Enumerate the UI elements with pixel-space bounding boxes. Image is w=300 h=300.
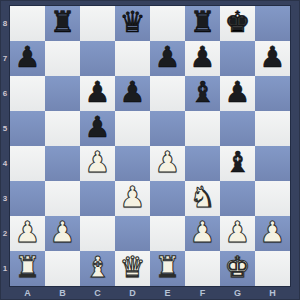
square-a1[interactable]: ♜	[10, 251, 45, 286]
rank-label-6: 6	[0, 76, 10, 111]
square-e6[interactable]	[150, 76, 185, 111]
black-pawn-icon: ♟	[225, 76, 251, 110]
black-bishop-icon: ♝	[190, 76, 216, 110]
rank-label-1: 1	[0, 251, 10, 286]
chess-diagram: 87654321 ♜♛♜♚♟♟♟♟♟♟♝♟♟♟♟♝♟♞♟♟♟♟♟♜♝♛♜♚ AB…	[0, 0, 300, 300]
square-e2[interactable]	[150, 216, 185, 251]
square-h3[interactable]	[255, 181, 290, 216]
square-b3[interactable]	[45, 181, 80, 216]
square-g6[interactable]: ♟	[220, 76, 255, 111]
white-bishop-icon: ♝	[85, 251, 111, 285]
square-g5[interactable]	[220, 111, 255, 146]
white-pawn-icon: ♟	[85, 146, 111, 180]
square-d4[interactable]	[115, 146, 150, 181]
square-f2[interactable]: ♟	[185, 216, 220, 251]
white-pawn-icon: ♟	[260, 216, 286, 250]
square-d3[interactable]: ♟	[115, 181, 150, 216]
square-g8[interactable]: ♚	[220, 6, 255, 41]
square-f5[interactable]	[185, 111, 220, 146]
black-pawn-icon: ♟	[190, 41, 216, 75]
black-pawn-icon: ♟	[260, 41, 286, 75]
square-a7[interactable]: ♟	[10, 41, 45, 76]
square-e3[interactable]	[150, 181, 185, 216]
square-f3[interactable]: ♞	[185, 181, 220, 216]
black-pawn-icon: ♟	[85, 76, 111, 110]
square-f7[interactable]: ♟	[185, 41, 220, 76]
square-e1[interactable]: ♜	[150, 251, 185, 286]
square-c2[interactable]	[80, 216, 115, 251]
rank-label-4: 4	[0, 146, 10, 181]
square-b4[interactable]	[45, 146, 80, 181]
square-f4[interactable]	[185, 146, 220, 181]
square-a3[interactable]	[10, 181, 45, 216]
square-f6[interactable]: ♝	[185, 76, 220, 111]
white-pawn-icon: ♟	[155, 146, 181, 180]
white-queen-icon: ♛	[120, 251, 146, 285]
file-label-c: C	[80, 286, 115, 300]
black-pawn-icon: ♟	[85, 111, 111, 145]
square-h1[interactable]	[255, 251, 290, 286]
square-b5[interactable]	[45, 111, 80, 146]
square-e7[interactable]: ♟	[150, 41, 185, 76]
square-c5[interactable]: ♟	[80, 111, 115, 146]
square-c1[interactable]: ♝	[80, 251, 115, 286]
square-b6[interactable]	[45, 76, 80, 111]
square-b7[interactable]	[45, 41, 80, 76]
square-d6[interactable]: ♟	[115, 76, 150, 111]
black-pawn-icon: ♟	[155, 41, 181, 75]
file-label-b: B	[45, 286, 80, 300]
black-rook-icon: ♜	[190, 6, 216, 40]
square-f1[interactable]	[185, 251, 220, 286]
white-pawn-icon: ♟	[50, 216, 76, 250]
square-e4[interactable]: ♟	[150, 146, 185, 181]
file-label-e: E	[150, 286, 185, 300]
square-g1[interactable]: ♚	[220, 251, 255, 286]
black-bishop-icon: ♝	[225, 146, 251, 180]
rank-label-5: 5	[0, 111, 10, 146]
file-labels: ABCDEFGH	[10, 286, 290, 300]
white-rook-icon: ♜	[155, 251, 181, 285]
square-d5[interactable]	[115, 111, 150, 146]
file-label-d: D	[115, 286, 150, 300]
rank-labels: 87654321	[0, 6, 10, 286]
file-label-h: H	[255, 286, 290, 300]
white-pawn-icon: ♟	[120, 181, 146, 215]
file-label-a: A	[10, 286, 45, 300]
square-f8[interactable]: ♜	[185, 6, 220, 41]
square-e5[interactable]	[150, 111, 185, 146]
rank-label-8: 8	[0, 6, 10, 41]
white-pawn-icon: ♟	[15, 216, 41, 250]
square-g7[interactable]	[220, 41, 255, 76]
square-a6[interactable]	[10, 76, 45, 111]
rank-label-7: 7	[0, 41, 10, 76]
square-e8[interactable]	[150, 6, 185, 41]
square-g4[interactable]: ♝	[220, 146, 255, 181]
square-b1[interactable]	[45, 251, 80, 286]
square-a5[interactable]	[10, 111, 45, 146]
square-h5[interactable]	[255, 111, 290, 146]
file-label-f: F	[185, 286, 220, 300]
square-c7[interactable]	[80, 41, 115, 76]
black-queen-icon: ♛	[120, 6, 146, 40]
square-d2[interactable]	[115, 216, 150, 251]
white-knight-icon: ♞	[190, 181, 216, 215]
white-rook-icon: ♜	[15, 251, 41, 285]
rank-label-2: 2	[0, 216, 10, 251]
square-c8[interactable]	[80, 6, 115, 41]
square-b8[interactable]: ♜	[45, 6, 80, 41]
square-c6[interactable]: ♟	[80, 76, 115, 111]
white-pawn-icon: ♟	[225, 216, 251, 250]
square-d1[interactable]: ♛	[115, 251, 150, 286]
square-d7[interactable]	[115, 41, 150, 76]
square-c4[interactable]: ♟	[80, 146, 115, 181]
black-rook-icon: ♜	[50, 6, 76, 40]
square-h2[interactable]: ♟	[255, 216, 290, 251]
square-a2[interactable]: ♟	[10, 216, 45, 251]
square-h8[interactable]	[255, 6, 290, 41]
square-a8[interactable]	[10, 6, 45, 41]
square-h7[interactable]: ♟	[255, 41, 290, 76]
white-king-icon: ♚	[225, 251, 251, 285]
chess-board: ♜♛♜♚♟♟♟♟♟♟♝♟♟♟♟♝♟♞♟♟♟♟♟♜♝♛♜♚	[10, 6, 290, 286]
black-pawn-icon: ♟	[120, 76, 146, 110]
white-pawn-icon: ♟	[190, 216, 216, 250]
square-h6[interactable]	[255, 76, 290, 111]
square-g2[interactable]: ♟	[220, 216, 255, 251]
square-d8[interactable]: ♛	[115, 6, 150, 41]
black-king-icon: ♚	[225, 6, 251, 40]
square-b2[interactable]: ♟	[45, 216, 80, 251]
square-a4[interactable]	[10, 146, 45, 181]
black-pawn-icon: ♟	[15, 41, 41, 75]
square-c3[interactable]	[80, 181, 115, 216]
square-g3[interactable]	[220, 181, 255, 216]
file-label-g: G	[220, 286, 255, 300]
rank-label-3: 3	[0, 181, 10, 216]
square-h4[interactable]	[255, 146, 290, 181]
